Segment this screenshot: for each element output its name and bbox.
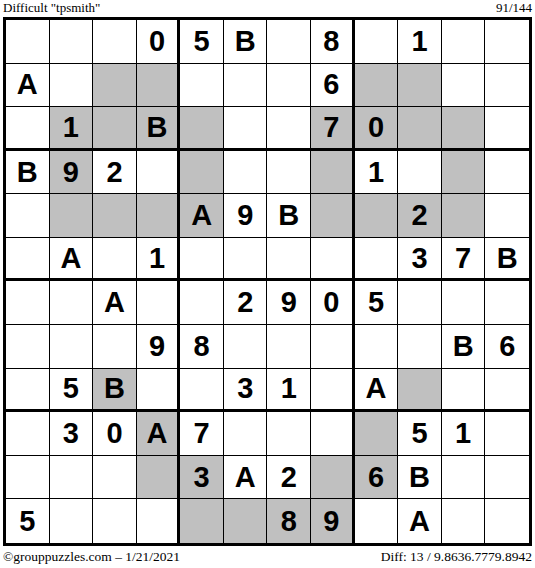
cell-r12c9[interactable] <box>355 499 399 543</box>
cell-r12c5[interactable] <box>180 499 224 543</box>
cell-r9c2-given: 5 <box>50 369 94 413</box>
cell-r10c5-given: 7 <box>180 412 224 456</box>
cell-r7c5[interactable] <box>180 281 224 325</box>
cell-r8c9[interactable] <box>355 325 399 369</box>
cell-r4c6[interactable] <box>224 151 268 195</box>
cell-r1c10-given: 1 <box>398 20 442 64</box>
cell-r3c7[interactable] <box>267 107 311 151</box>
cell-r9c3-given: B <box>93 369 137 413</box>
cell-r12c10-given: A <box>398 499 442 543</box>
cell-r10c10-given: 5 <box>398 412 442 456</box>
cell-r3c6[interactable] <box>224 107 268 151</box>
cell-r3c2-given: 1 <box>50 107 94 151</box>
cell-r12c7-given: 8 <box>267 499 311 543</box>
cell-r5c8[interactable] <box>311 194 355 238</box>
cell-r4c4[interactable] <box>137 151 181 195</box>
cell-r4c11[interactable] <box>442 151 486 195</box>
cell-r3c3[interactable] <box>93 107 137 151</box>
cell-r1c5-given: 5 <box>180 20 224 64</box>
cell-r3c9-given: 0 <box>355 107 399 151</box>
footer: ©grouppuzzles.com – 1/21/2021 Diff: 13 /… <box>3 549 532 567</box>
cell-r4c12[interactable] <box>485 151 529 195</box>
cell-r5c9[interactable] <box>355 194 399 238</box>
cell-r8c11-given: B <box>442 325 486 369</box>
cell-r10c3-given: 0 <box>93 412 137 456</box>
cell-r5c1[interactable] <box>6 194 50 238</box>
cell-r11c10-given: B <box>398 456 442 500</box>
cell-r6c2-given: A <box>50 238 94 282</box>
cell-r10c1[interactable] <box>6 412 50 456</box>
cell-r6c7[interactable] <box>267 238 311 282</box>
cell-r6c10-given: 3 <box>398 238 442 282</box>
cell-r7c9-given: 5 <box>355 281 399 325</box>
cell-r11c5-given: 3 <box>180 456 224 500</box>
cell-r9c6-given: 3 <box>224 369 268 413</box>
cell-r2c10[interactable] <box>398 64 442 108</box>
cell-r11c9-given: 6 <box>355 456 399 500</box>
cell-r12c3[interactable] <box>93 499 137 543</box>
cell-r1c6-given: B <box>224 20 268 64</box>
cell-r1c7[interactable] <box>267 20 311 64</box>
cell-r12c4[interactable] <box>137 499 181 543</box>
cell-r12c11[interactable] <box>442 499 486 543</box>
cell-r8c5-given: 8 <box>180 325 224 369</box>
cell-r4c1-given: B <box>6 151 50 195</box>
cell-r7c3-given: A <box>93 281 137 325</box>
cell-r5c12[interactable] <box>485 194 529 238</box>
cell-r12c12[interactable] <box>485 499 529 543</box>
cell-r10c11-given: 1 <box>442 412 486 456</box>
cell-r6c6[interactable] <box>224 238 268 282</box>
puzzle-title: Difficult "tpsmith" <box>3 0 100 15</box>
cell-r9c10[interactable] <box>398 369 442 413</box>
cell-r3c1[interactable] <box>6 107 50 151</box>
cell-r6c12-given: B <box>485 238 529 282</box>
cell-r11c6-given: A <box>224 456 268 500</box>
cell-r1c9[interactable] <box>355 20 399 64</box>
cell-r7c6-given: 2 <box>224 281 268 325</box>
copyright-text: ©grouppuzzles.com – 1/21/2021 <box>3 549 180 565</box>
cell-r8c2[interactable] <box>50 325 94 369</box>
cell-r3c11[interactable] <box>442 107 486 151</box>
cell-r4c2-given: 9 <box>50 151 94 195</box>
cell-r1c3[interactable] <box>93 20 137 64</box>
difficulty-text: Diff: 13 / 9.8636.7779.8942 <box>381 549 532 565</box>
cells-remaining-counter: 91/144 <box>496 0 532 15</box>
cell-r10c8[interactable] <box>311 412 355 456</box>
cell-r11c4[interactable] <box>137 456 181 500</box>
cell-r2c3[interactable] <box>93 64 137 108</box>
cell-r10c4-given: A <box>137 412 181 456</box>
cell-r6c5[interactable] <box>180 238 224 282</box>
cell-r4c10[interactable] <box>398 151 442 195</box>
cell-r2c11[interactable] <box>442 64 486 108</box>
cell-r1c12[interactable] <box>485 20 529 64</box>
cell-r12c8-given: 9 <box>311 499 355 543</box>
cell-r9c12[interactable] <box>485 369 529 413</box>
cell-r12c2[interactable] <box>50 499 94 543</box>
cell-r4c8[interactable] <box>311 151 355 195</box>
cell-r1c1[interactable] <box>6 20 50 64</box>
cell-r6c4-given: 1 <box>137 238 181 282</box>
cell-r9c11[interactable] <box>442 369 486 413</box>
cell-r7c8-given: 0 <box>311 281 355 325</box>
cell-r5c5-given: A <box>180 194 224 238</box>
cell-r2c2[interactable] <box>50 64 94 108</box>
cell-r11c3[interactable] <box>93 456 137 500</box>
cell-r1c2[interactable] <box>50 20 94 64</box>
cell-r8c12-given: 6 <box>485 325 529 369</box>
cell-r8c6[interactable] <box>224 325 268 369</box>
cell-r5c3[interactable] <box>93 194 137 238</box>
cell-r4c3-given: 2 <box>93 151 137 195</box>
cell-r6c1[interactable] <box>6 238 50 282</box>
cell-r5c2[interactable] <box>50 194 94 238</box>
cell-r3c10[interactable] <box>398 107 442 151</box>
cell-r6c9[interactable] <box>355 238 399 282</box>
cell-r4c7[interactable] <box>267 151 311 195</box>
cell-r7c11[interactable] <box>442 281 486 325</box>
cell-r6c11-given: 7 <box>442 238 486 282</box>
cell-r8c1[interactable] <box>6 325 50 369</box>
cell-r7c12[interactable] <box>485 281 529 325</box>
header: Difficult "tpsmith" 91/144 <box>3 0 532 16</box>
cell-r2c9[interactable] <box>355 64 399 108</box>
cell-r5c7-given: B <box>267 194 311 238</box>
cell-r3c8-given: 7 <box>311 107 355 151</box>
cell-r5c11[interactable] <box>442 194 486 238</box>
puzzle-page: Difficult "tpsmith" 91/144 05B81A61B70B9… <box>0 0 535 568</box>
cell-r9c1[interactable] <box>6 369 50 413</box>
cell-r11c1[interactable] <box>6 456 50 500</box>
cell-r9c7-given: 1 <box>267 369 311 413</box>
cell-r2c12[interactable] <box>485 64 529 108</box>
cell-r7c7-given: 9 <box>267 281 311 325</box>
cell-r7c10[interactable] <box>398 281 442 325</box>
cell-r10c7[interactable] <box>267 412 311 456</box>
cell-r2c1-given: A <box>6 64 50 108</box>
cell-r4c9-given: 1 <box>355 151 399 195</box>
cell-r12c6[interactable] <box>224 499 268 543</box>
cell-r1c4-given: 0 <box>137 20 181 64</box>
puzzle-grid: 05B81A61B70B921A9B2A137BA290598B65B31A30… <box>3 17 532 546</box>
cell-r8c8[interactable] <box>311 325 355 369</box>
cell-r5c10-given: 2 <box>398 194 442 238</box>
cell-r9c9-given: A <box>355 369 399 413</box>
cell-r4c5[interactable] <box>180 151 224 195</box>
cell-r9c4[interactable] <box>137 369 181 413</box>
cell-r11c8[interactable] <box>311 456 355 500</box>
cell-r9c5[interactable] <box>180 369 224 413</box>
cell-r2c5[interactable] <box>180 64 224 108</box>
cell-r7c2[interactable] <box>50 281 94 325</box>
cell-r11c2[interactable] <box>50 456 94 500</box>
cell-r10c9[interactable] <box>355 412 399 456</box>
cell-r3c5[interactable] <box>180 107 224 151</box>
cell-r10c12[interactable] <box>485 412 529 456</box>
cell-r5c6-given: 9 <box>224 194 268 238</box>
cell-r5c4[interactable] <box>137 194 181 238</box>
cell-r10c6[interactable] <box>224 412 268 456</box>
cell-r8c10[interactable] <box>398 325 442 369</box>
cell-r6c8[interactable] <box>311 238 355 282</box>
cell-r7c4[interactable] <box>137 281 181 325</box>
cell-r6c3[interactable] <box>93 238 137 282</box>
cell-r9c8[interactable] <box>311 369 355 413</box>
cell-r2c7[interactable] <box>267 64 311 108</box>
cell-r1c8-given: 8 <box>311 20 355 64</box>
cell-r11c11[interactable] <box>442 456 486 500</box>
cell-r2c8-given: 6 <box>311 64 355 108</box>
cell-r2c6[interactable] <box>224 64 268 108</box>
cell-r8c4-given: 9 <box>137 325 181 369</box>
cell-r11c12[interactable] <box>485 456 529 500</box>
cell-r12c1-given: 5 <box>6 499 50 543</box>
cell-r8c3[interactable] <box>93 325 137 369</box>
cell-r1c11[interactable] <box>442 20 486 64</box>
cell-r10c2-given: 3 <box>50 412 94 456</box>
cell-r11c7-given: 2 <box>267 456 311 500</box>
cell-r3c4-given: B <box>137 107 181 151</box>
cell-r8c7[interactable] <box>267 325 311 369</box>
cell-r2c4[interactable] <box>137 64 181 108</box>
cell-r3c12[interactable] <box>485 107 529 151</box>
cell-r7c1[interactable] <box>6 281 50 325</box>
